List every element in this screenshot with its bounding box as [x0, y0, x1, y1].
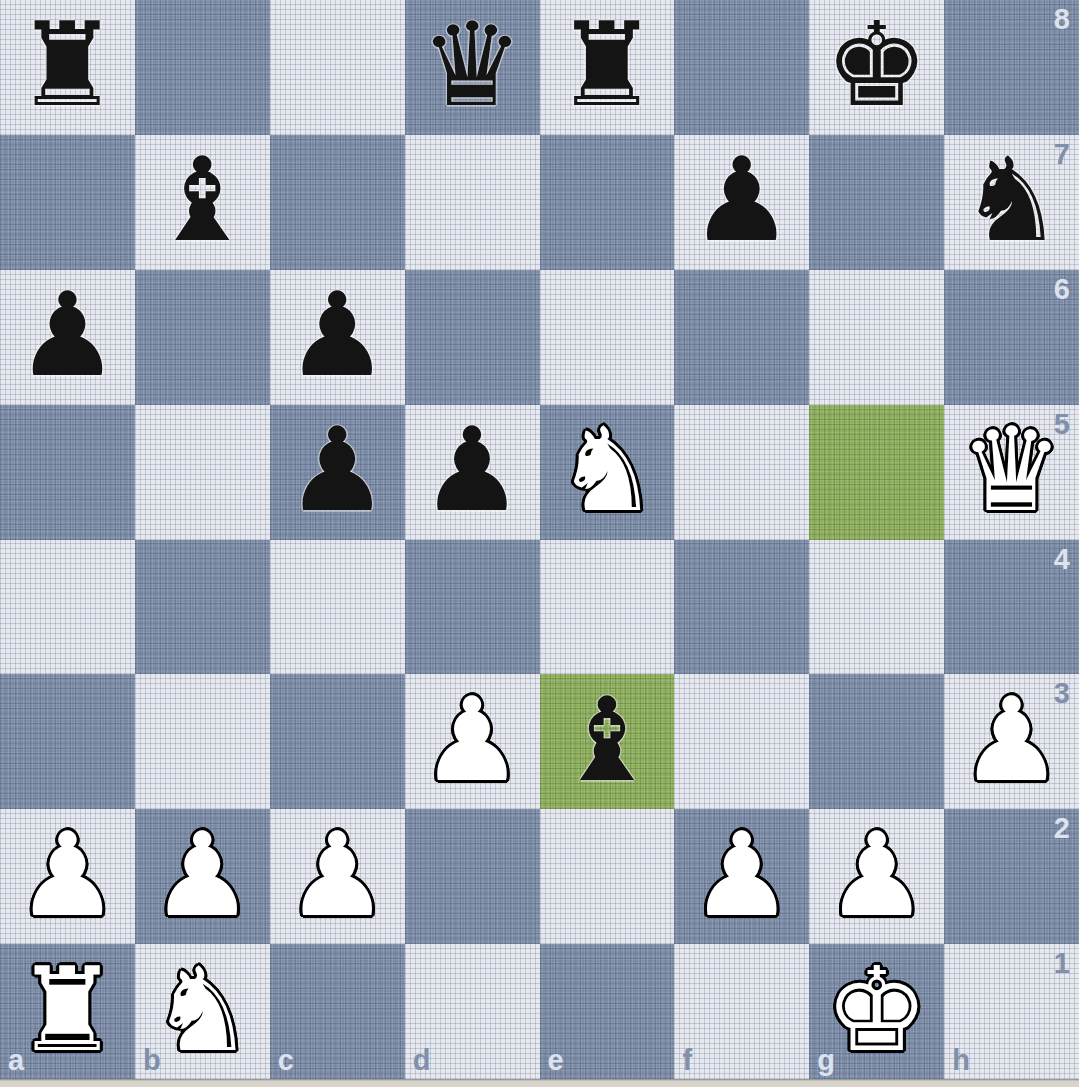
rank-label-6: 6 — [1054, 273, 1070, 306]
square-a3[interactable] — [0, 674, 135, 809]
black-queen-piece[interactable]: ♛ — [420, 7, 524, 123]
square-a1[interactable]: ♜a — [0, 944, 135, 1079]
white-pawn-piece[interactable]: ♟ — [150, 817, 254, 933]
square-f4[interactable] — [674, 540, 809, 675]
square-a5[interactable] — [0, 405, 135, 540]
square-h5[interactable]: ♛5 — [944, 405, 1079, 540]
rank-label-1: 1 — [1054, 947, 1070, 980]
file-label-g: g — [817, 1044, 835, 1077]
square-g3[interactable] — [809, 674, 944, 809]
rank-label-7: 7 — [1054, 138, 1070, 171]
square-h4[interactable]: 4 — [944, 540, 1079, 675]
square-d3[interactable]: ♟ — [405, 674, 540, 809]
black-pawn-piece[interactable]: ♟ — [285, 277, 389, 393]
square-e5[interactable]: ♞ — [540, 405, 675, 540]
square-h7[interactable]: ♞7 — [944, 135, 1079, 270]
file-label-b: b — [143, 1044, 161, 1077]
white-knight-piece[interactable]: ♞ — [555, 412, 659, 528]
black-pawn-piece[interactable]: ♟ — [285, 412, 389, 528]
square-a7[interactable] — [0, 135, 135, 270]
chess-board: ♜♛♜♚8♝♟♞7♟♟6♟♟♞♛54♟♝♟3♟♟♟♟♟2♜a♞bcdef♚g1h — [0, 0, 1079, 1080]
file-label-h: h — [952, 1044, 970, 1077]
square-f6[interactable] — [674, 270, 809, 405]
rank-label-4: 4 — [1054, 543, 1070, 576]
white-king-piece[interactable]: ♚ — [825, 952, 929, 1068]
square-c6[interactable]: ♟ — [270, 270, 405, 405]
square-d5[interactable]: ♟ — [405, 405, 540, 540]
square-d4[interactable] — [405, 540, 540, 675]
black-pawn-piece[interactable]: ♟ — [420, 412, 524, 528]
square-c1[interactable]: c — [270, 944, 405, 1079]
page-bottom-strip — [0, 1080, 1079, 1087]
square-b6[interactable] — [135, 270, 270, 405]
black-king-piece[interactable]: ♚ — [825, 7, 929, 123]
white-pawn-piece[interactable]: ♟ — [690, 817, 794, 933]
rank-label-5: 5 — [1054, 408, 1070, 441]
white-pawn-piece[interactable]: ♟ — [15, 817, 119, 933]
square-g4[interactable] — [809, 540, 944, 675]
square-e8[interactable]: ♜ — [540, 0, 675, 135]
white-pawn-piece[interactable]: ♟ — [960, 682, 1064, 798]
square-f1[interactable]: f — [674, 944, 809, 1079]
square-g1[interactable]: ♚g — [809, 944, 944, 1079]
square-h1[interactable]: 1h — [944, 944, 1079, 1079]
square-a2[interactable]: ♟ — [0, 809, 135, 944]
black-rook-piece[interactable]: ♜ — [15, 7, 119, 123]
square-d2[interactable] — [405, 809, 540, 944]
square-g8[interactable]: ♚ — [809, 0, 944, 135]
square-h6[interactable]: 6 — [944, 270, 1079, 405]
square-f3[interactable] — [674, 674, 809, 809]
square-e3[interactable]: ♝ — [540, 674, 675, 809]
square-b3[interactable] — [135, 674, 270, 809]
square-f7[interactable]: ♟ — [674, 135, 809, 270]
square-c5[interactable]: ♟ — [270, 405, 405, 540]
file-label-c: c — [278, 1044, 294, 1077]
black-bishop-piece[interactable]: ♝ — [555, 682, 659, 798]
square-d6[interactable] — [405, 270, 540, 405]
white-knight-piece[interactable]: ♞ — [150, 952, 254, 1068]
square-e7[interactable] — [540, 135, 675, 270]
square-h3[interactable]: ♟3 — [944, 674, 1079, 809]
square-c8[interactable] — [270, 0, 405, 135]
square-f2[interactable]: ♟ — [674, 809, 809, 944]
white-pawn-piece[interactable]: ♟ — [285, 817, 389, 933]
file-label-d: d — [413, 1044, 431, 1077]
rank-label-3: 3 — [1054, 677, 1070, 710]
file-label-e: e — [548, 1044, 564, 1077]
square-c7[interactable] — [270, 135, 405, 270]
square-e6[interactable] — [540, 270, 675, 405]
square-g2[interactable]: ♟ — [809, 809, 944, 944]
white-queen-piece[interactable]: ♛ — [960, 412, 1064, 528]
square-f5[interactable] — [674, 405, 809, 540]
square-d8[interactable]: ♛ — [405, 0, 540, 135]
black-knight-piece[interactable]: ♞ — [960, 142, 1064, 258]
square-a8[interactable]: ♜ — [0, 0, 135, 135]
black-pawn-piece[interactable]: ♟ — [690, 142, 794, 258]
file-label-a: a — [8, 1044, 24, 1077]
square-b2[interactable]: ♟ — [135, 809, 270, 944]
square-b7[interactable]: ♝ — [135, 135, 270, 270]
black-rook-piece[interactable]: ♜ — [555, 7, 659, 123]
square-f8[interactable] — [674, 0, 809, 135]
square-g5[interactable] — [809, 405, 944, 540]
square-g6[interactable] — [809, 270, 944, 405]
file-label-f: f — [682, 1044, 692, 1077]
square-d1[interactable]: d — [405, 944, 540, 1079]
square-e1[interactable]: e — [540, 944, 675, 1079]
square-b8[interactable] — [135, 0, 270, 135]
square-h8[interactable]: 8 — [944, 0, 1079, 135]
rank-label-8: 8 — [1054, 3, 1070, 36]
square-b4[interactable] — [135, 540, 270, 675]
square-c3[interactable] — [270, 674, 405, 809]
square-c4[interactable] — [270, 540, 405, 675]
square-e4[interactable] — [540, 540, 675, 675]
white-pawn-piece[interactable]: ♟ — [825, 817, 929, 933]
white-pawn-piece[interactable]: ♟ — [420, 682, 524, 798]
black-pawn-piece[interactable]: ♟ — [15, 277, 119, 393]
square-b5[interactable] — [135, 405, 270, 540]
square-h2[interactable]: 2 — [944, 809, 1079, 944]
black-bishop-piece[interactable]: ♝ — [150, 142, 254, 258]
square-a6[interactable]: ♟ — [0, 270, 135, 405]
square-a4[interactable] — [0, 540, 135, 675]
square-b1[interactable]: ♞b — [135, 944, 270, 1079]
square-d7[interactable] — [405, 135, 540, 270]
square-g7[interactable] — [809, 135, 944, 270]
rank-label-2: 2 — [1054, 812, 1070, 845]
square-e2[interactable] — [540, 809, 675, 944]
chess-board-screenshot: ♜♛♜♚8♝♟♞7♟♟6♟♟♞♛54♟♝♟3♟♟♟♟♟2♜a♞bcdef♚g1h — [0, 0, 1079, 1087]
square-c2[interactable]: ♟ — [270, 809, 405, 944]
white-rook-piece[interactable]: ♜ — [15, 952, 119, 1068]
